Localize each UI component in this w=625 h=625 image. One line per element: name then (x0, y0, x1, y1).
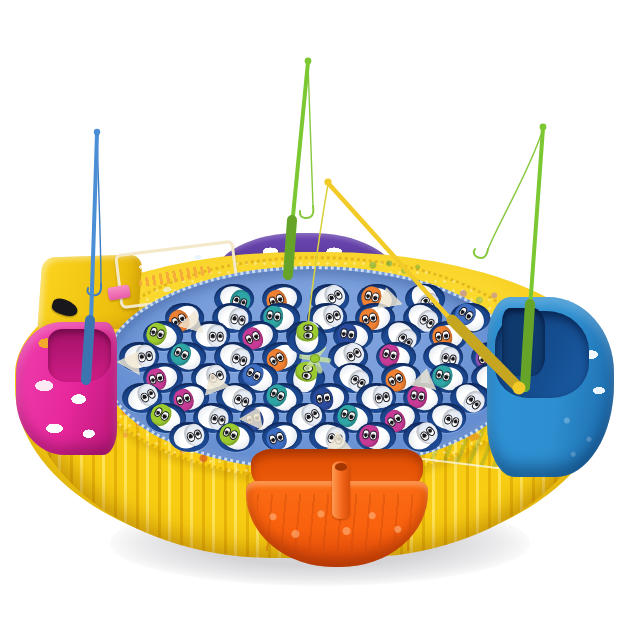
blue-rod[interactable] (86, 129, 101, 380)
fishing-game-toy (0, 0, 625, 625)
fishing-rods-layer (0, 0, 625, 625)
yellow-rod[interactable] (307, 178, 526, 394)
fish-hooked[interactable] (287, 325, 327, 355)
green-rod-left[interactable] (288, 58, 313, 275)
